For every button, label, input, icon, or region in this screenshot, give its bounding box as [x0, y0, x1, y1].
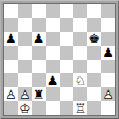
piece-glyph-outline: ♙ [18, 87, 32, 101]
square-c3[interactable] [32, 73, 46, 87]
piece-glyph: ♟ [32, 32, 46, 46]
square-c2[interactable]: ♜ [32, 87, 46, 101]
piece-glyph: ♚ [87, 32, 101, 46]
square-a1[interactable] [4, 101, 18, 115]
piece-glyph: ♟ [101, 46, 115, 60]
square-f5[interactable] [73, 46, 87, 60]
chess-board-frame: ♟♟♚♟♟♞♘♟♙♟♙♜♟♙♚♔♜♖ [0, 0, 119, 119]
square-c1[interactable] [32, 101, 46, 115]
square-a6[interactable]: ♟ [4, 32, 18, 46]
square-d1[interactable] [46, 101, 60, 115]
square-b8[interactable] [18, 4, 32, 18]
square-b1[interactable]: ♚♔ [18, 101, 32, 115]
white-pawn-a2[interactable]: ♟♙ [4, 87, 18, 101]
piece-glyph-outline: ♙ [101, 87, 115, 101]
square-d5[interactable] [46, 46, 60, 60]
square-b6[interactable] [18, 32, 32, 46]
square-d7[interactable] [46, 18, 60, 32]
square-a3[interactable] [4, 73, 18, 87]
square-f7[interactable] [73, 18, 87, 32]
square-a5[interactable] [4, 46, 18, 60]
square-h3[interactable] [101, 73, 115, 87]
square-h6[interactable] [101, 32, 115, 46]
square-g3[interactable] [87, 73, 101, 87]
chess-board: ♟♟♚♟♟♞♘♟♙♟♙♜♟♙♚♔♜♖ [3, 3, 116, 116]
square-h5[interactable]: ♟ [101, 46, 115, 60]
black-pawn-a6[interactable]: ♟ [4, 32, 18, 46]
black-king-g6[interactable]: ♚ [87, 32, 101, 46]
square-g5[interactable] [87, 46, 101, 60]
square-e4[interactable] [60, 60, 74, 74]
square-g4[interactable] [87, 60, 101, 74]
square-c7[interactable] [32, 18, 46, 32]
piece-glyph-outline: ♘ [73, 73, 87, 87]
white-rook-f1[interactable]: ♜♖ [73, 101, 87, 115]
square-e1[interactable] [60, 101, 74, 115]
white-pawn-b2[interactable]: ♟♙ [18, 87, 32, 101]
square-f2[interactable] [73, 87, 87, 101]
square-e3[interactable] [60, 73, 74, 87]
black-pawn-h5[interactable]: ♟ [101, 46, 115, 60]
square-d3[interactable]: ♟ [46, 73, 60, 87]
white-pawn-h2[interactable]: ♟♙ [101, 87, 115, 101]
white-knight-f3[interactable]: ♞♘ [73, 73, 87, 87]
square-a7[interactable] [4, 18, 18, 32]
piece-glyph: ♟ [4, 32, 18, 46]
square-g8[interactable] [87, 4, 101, 18]
square-e6[interactable] [60, 32, 74, 46]
square-d2[interactable] [46, 87, 60, 101]
piece-glyph: ♟ [46, 73, 60, 87]
square-h8[interactable] [101, 4, 115, 18]
piece-glyph: ♜ [32, 87, 46, 101]
square-g2[interactable] [87, 87, 101, 101]
square-a8[interactable] [4, 4, 18, 18]
square-f4[interactable] [73, 60, 87, 74]
square-g7[interactable] [87, 18, 101, 32]
square-e7[interactable] [60, 18, 74, 32]
black-pawn-c6[interactable]: ♟ [32, 32, 46, 46]
square-c5[interactable] [32, 46, 46, 60]
square-a2[interactable]: ♟♙ [4, 87, 18, 101]
black-pawn-d3[interactable]: ♟ [46, 73, 60, 87]
square-e8[interactable] [60, 4, 74, 18]
square-h2[interactable]: ♟♙ [101, 87, 115, 101]
square-g1[interactable] [87, 101, 101, 115]
square-d8[interactable] [46, 4, 60, 18]
square-d6[interactable] [46, 32, 60, 46]
square-b5[interactable] [18, 46, 32, 60]
black-rook-c2[interactable]: ♜ [32, 87, 46, 101]
square-b7[interactable] [18, 18, 32, 32]
square-a4[interactable] [4, 60, 18, 74]
square-h4[interactable] [101, 60, 115, 74]
piece-glyph-outline: ♙ [4, 87, 18, 101]
square-e2[interactable] [60, 87, 74, 101]
square-g6[interactable]: ♚ [87, 32, 101, 46]
square-b4[interactable] [18, 60, 32, 74]
square-b3[interactable] [18, 73, 32, 87]
square-f3[interactable]: ♞♘ [73, 73, 87, 87]
square-b2[interactable]: ♟♙ [18, 87, 32, 101]
square-h1[interactable] [101, 101, 115, 115]
square-f6[interactable] [73, 32, 87, 46]
square-f1[interactable]: ♜♖ [73, 101, 87, 115]
square-f8[interactable] [73, 4, 87, 18]
white-king-b1[interactable]: ♚♔ [18, 101, 32, 115]
piece-glyph-outline: ♖ [73, 101, 87, 115]
piece-glyph-outline: ♔ [18, 101, 32, 115]
square-c6[interactable]: ♟ [32, 32, 46, 46]
square-d4[interactable] [46, 60, 60, 74]
square-c4[interactable] [32, 60, 46, 74]
square-e5[interactable] [60, 46, 74, 60]
square-c8[interactable] [32, 4, 46, 18]
square-h7[interactable] [101, 18, 115, 32]
